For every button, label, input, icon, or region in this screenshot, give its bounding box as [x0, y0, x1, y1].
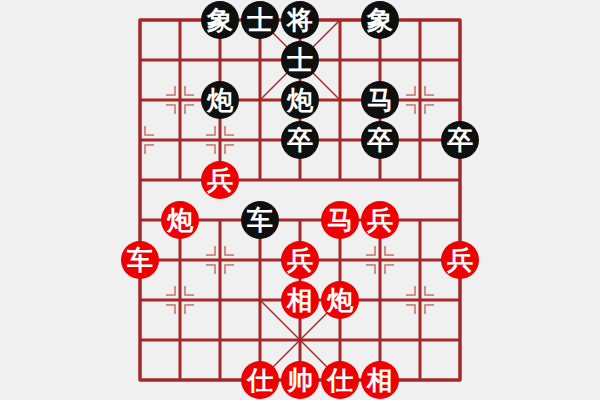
- piece-red-soldier[interactable]: 兵: [361, 201, 399, 239]
- piece-black-advisor[interactable]: 士: [241, 1, 279, 39]
- piece-red-cannon[interactable]: 炮: [321, 281, 359, 319]
- piece-black-advisor[interactable]: 士: [281, 41, 319, 79]
- xiangqi-board[interactable]: 象士将象士炮炮马卒卒卒车兵炮马兵车兵兵相炮仕帅仕相: [120, 0, 480, 400]
- piece-red-advisor[interactable]: 仕: [241, 361, 279, 399]
- piece-black-soldier[interactable]: 卒: [441, 121, 479, 159]
- piece-red-advisor[interactable]: 仕: [321, 361, 359, 399]
- piece-black-horse[interactable]: 马: [361, 81, 399, 119]
- piece-red-soldier[interactable]: 兵: [441, 241, 479, 279]
- piece-red-chariot[interactable]: 车: [121, 241, 159, 279]
- piece-red-general[interactable]: 帅: [281, 361, 319, 399]
- piece-black-elephant[interactable]: 象: [361, 1, 399, 39]
- piece-black-cannon[interactable]: 炮: [201, 81, 239, 119]
- piece-red-elephant[interactable]: 相: [361, 361, 399, 399]
- piece-red-soldier[interactable]: 兵: [201, 161, 239, 199]
- piece-red-cannon[interactable]: 炮: [161, 201, 199, 239]
- piece-red-soldier[interactable]: 兵: [281, 241, 319, 279]
- piece-black-cannon[interactable]: 炮: [281, 81, 319, 119]
- piece-black-elephant[interactable]: 象: [201, 1, 239, 39]
- piece-red-elephant[interactable]: 相: [281, 281, 319, 319]
- piece-black-chariot[interactable]: 车: [241, 201, 279, 239]
- piece-black-soldier[interactable]: 卒: [281, 121, 319, 159]
- piece-black-soldier[interactable]: 卒: [361, 121, 399, 159]
- xiangqi-diagram: 象士将象士炮炮马卒卒卒车兵炮马兵车兵兵相炮仕帅仕相: [0, 0, 600, 400]
- piece-black-general[interactable]: 将: [281, 1, 319, 39]
- piece-red-horse[interactable]: 马: [321, 201, 359, 239]
